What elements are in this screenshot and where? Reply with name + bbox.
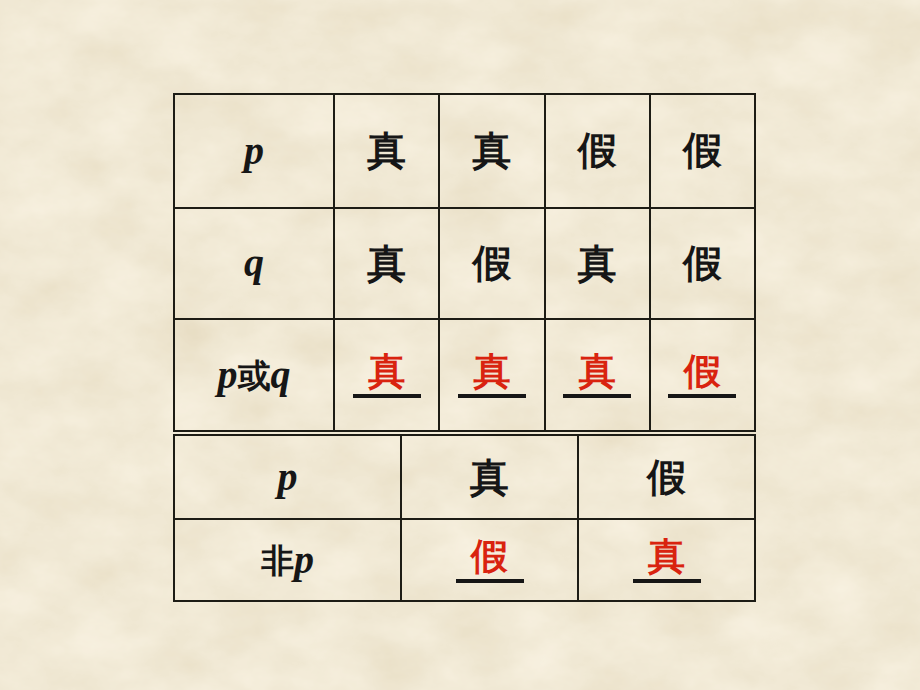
not-truth-table: p 真 假 非p 假 真 [173, 434, 756, 602]
truth-cell: 真 [438, 95, 543, 207]
row-header-not-label: 非 [261, 544, 294, 577]
or-truth-table: p 真 真 假 假 q 真 假 真 假 p或q [173, 93, 756, 432]
answer-value: 真 [473, 351, 510, 392]
row-header-q-label: q [244, 243, 264, 283]
answer-cell: 真 [544, 318, 649, 430]
row-header-not-p-cell: 非p [175, 518, 400, 600]
truth-value: 假 [578, 131, 617, 170]
row-header-p-label: p [244, 131, 264, 171]
row-header-p-cell: p [175, 436, 400, 518]
row-header-p-or-q-cell: p或q [175, 318, 333, 430]
truth-value: 真 [367, 131, 406, 170]
row-header-p-cell: p [175, 95, 333, 207]
answer-cell: 假 [400, 518, 577, 600]
answer-value: 真 [368, 351, 405, 392]
slide-canvas: p 真 真 假 假 q 真 假 真 假 p或q [0, 0, 920, 690]
truth-cell: 假 [544, 95, 649, 207]
answer-blank: 真 [458, 353, 526, 398]
truth-cell: 假 [577, 436, 754, 518]
answer-blank: 假 [668, 353, 736, 398]
answer-cell: 假 [649, 318, 754, 430]
answer-value: 假 [684, 351, 721, 392]
truth-value: 真 [367, 244, 406, 283]
truth-value: 真 [472, 131, 511, 170]
truth-value: 假 [472, 244, 511, 283]
truth-cell: 假 [438, 207, 543, 319]
answer-blank: 真 [563, 353, 631, 398]
truth-value: 真 [578, 244, 617, 283]
truth-value: 真 [470, 458, 509, 497]
truth-cell: 假 [649, 207, 754, 319]
row-header-p-label: p [278, 457, 298, 497]
row-header-or-label: 或 [238, 359, 271, 392]
truth-cell: 真 [333, 207, 438, 319]
truth-cell: 真 [544, 207, 649, 319]
row-header-p-or-q-var-p: p [218, 355, 238, 395]
row-header-not-p-var: p [294, 540, 314, 580]
truth-value: 假 [683, 131, 722, 170]
truth-cell: 真 [333, 95, 438, 207]
truth-cell: 假 [649, 95, 754, 207]
answer-value: 真 [579, 351, 616, 392]
answer-cell: 真 [438, 318, 543, 430]
answer-cell: 真 [333, 318, 438, 430]
answer-cell: 真 [577, 518, 754, 600]
row-header-p-or-q-var-q: q [271, 355, 291, 395]
row-header-q-cell: q [175, 207, 333, 319]
answer-value: 真 [648, 536, 685, 577]
truth-cell: 真 [400, 436, 577, 518]
answer-blank: 假 [456, 538, 524, 583]
answer-blank: 真 [633, 538, 701, 583]
answer-value: 假 [471, 536, 508, 577]
truth-value: 假 [647, 458, 686, 497]
truth-value: 假 [683, 244, 722, 283]
answer-blank: 真 [353, 353, 421, 398]
